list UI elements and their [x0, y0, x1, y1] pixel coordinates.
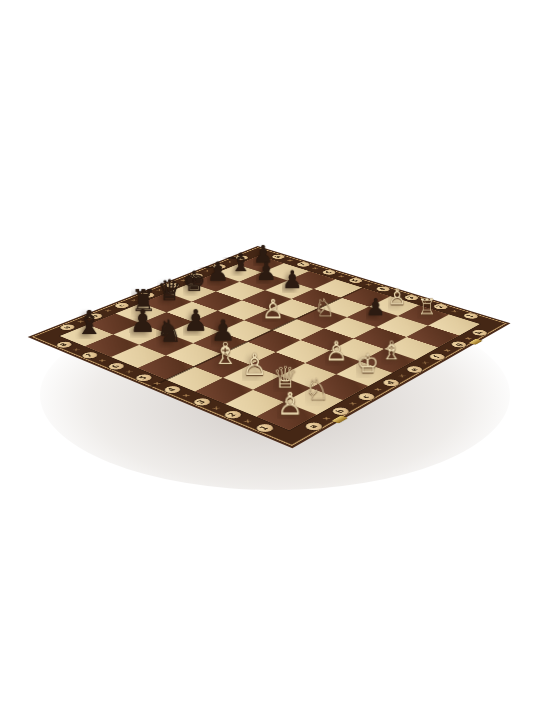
frame-black-rook: ♜	[225, 257, 240, 259]
piece-black-bishop-a8: ♝	[75, 306, 103, 339]
piece-white-bishop-b4: ♗	[212, 339, 238, 369]
piece-white-knight-b1: ♘	[305, 375, 330, 405]
frame-black-knight: ♞	[201, 266, 216, 268]
piece-black-pawn-b7: ♟	[130, 306, 156, 337]
piece-black-knight-b6: ♞	[156, 317, 182, 348]
piece-white-pawn-d2: ♙	[325, 339, 348, 366]
chess-set-photo: ♝♜♛♚♟♝♟♟♟♞♟♟♟♙♗♘♙♟♙♕♙♖♙♘♔♗ aa88✕✕✕✕bb77✕…	[0, 0, 540, 720]
piece-black-pawn-c6: ♟	[183, 306, 208, 336]
piece-white-pawn-e5: ♙	[262, 296, 284, 323]
piece-white-pawn-b3: ♙	[242, 350, 267, 380]
piece-white-pawn-a1: ♙	[277, 389, 303, 420]
piece-white-king-d1: ♔	[357, 350, 380, 377]
piece-white-knight-f4: ♘	[314, 296, 335, 321]
piece-black-pawn-g6: ♟	[282, 268, 303, 293]
piece-black-pawn-g3: ♟	[366, 296, 386, 319]
piece-black-pawn-g7: ♟	[256, 259, 277, 284]
piece-white-bishop-e1: ♗	[381, 339, 402, 364]
